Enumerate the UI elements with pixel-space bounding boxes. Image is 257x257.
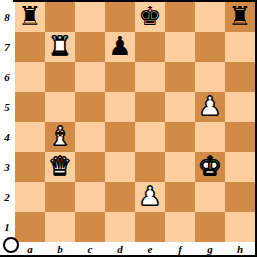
square-b5[interactable] <box>45 92 75 122</box>
square-c4[interactable] <box>75 122 105 152</box>
square-a5[interactable] <box>15 92 45 122</box>
square-c6[interactable] <box>75 62 105 92</box>
square-e7[interactable] <box>135 32 165 62</box>
square-h2[interactable] <box>225 182 255 212</box>
square-g8[interactable] <box>195 2 225 32</box>
rank-label-7: 7 <box>0 32 14 62</box>
square-d7[interactable]: ♟ <box>105 32 135 62</box>
board-border-right <box>255 0 257 257</box>
square-b7[interactable]: ♜ <box>45 32 75 62</box>
file-label-f: f <box>165 242 195 256</box>
chessboard: ♜♚♜♜♟♟♝♛♚♟ <box>15 2 255 242</box>
square-e4[interactable] <box>135 122 165 152</box>
square-f4[interactable] <box>165 122 195 152</box>
piece-black-king[interactable]: ♚ <box>138 3 161 29</box>
square-e2[interactable]: ♟ <box>135 182 165 212</box>
chess-diagram: ♜♚♜♜♟♟♝♛♚♟ 87654321 abcdefgh <box>0 0 257 257</box>
square-b8[interactable] <box>45 2 75 32</box>
square-c7[interactable] <box>75 32 105 62</box>
square-e6[interactable] <box>135 62 165 92</box>
rank-label-8: 8 <box>0 2 14 32</box>
piece-white-king[interactable]: ♚ <box>198 153 221 179</box>
square-g3[interactable]: ♚ <box>195 152 225 182</box>
square-f1[interactable] <box>165 212 195 242</box>
square-e8[interactable]: ♚ <box>135 2 165 32</box>
file-label-e: e <box>135 242 165 256</box>
square-h4[interactable] <box>225 122 255 152</box>
piece-white-pawn[interactable]: ♟ <box>138 183 161 209</box>
file-label-a: a <box>15 242 45 256</box>
square-h6[interactable] <box>225 62 255 92</box>
square-f6[interactable] <box>165 62 195 92</box>
square-b1[interactable] <box>45 212 75 242</box>
square-c1[interactable] <box>75 212 105 242</box>
square-a1[interactable] <box>15 212 45 242</box>
square-f3[interactable] <box>165 152 195 182</box>
square-g4[interactable] <box>195 122 225 152</box>
piece-white-pawn[interactable]: ♟ <box>198 93 221 119</box>
white-to-move-indicator <box>3 237 19 253</box>
piece-black-rook[interactable]: ♜ <box>228 3 251 29</box>
square-c2[interactable] <box>75 182 105 212</box>
file-label-c: c <box>75 242 105 256</box>
square-h7[interactable] <box>225 32 255 62</box>
square-e5[interactable] <box>135 92 165 122</box>
piece-black-rook[interactable]: ♜ <box>18 3 41 29</box>
square-h5[interactable] <box>225 92 255 122</box>
square-d1[interactable] <box>105 212 135 242</box>
square-d4[interactable] <box>105 122 135 152</box>
square-g2[interactable] <box>195 182 225 212</box>
piece-white-queen[interactable]: ♛ <box>48 153 71 179</box>
piece-white-rook[interactable]: ♜ <box>48 33 71 59</box>
square-f7[interactable] <box>165 32 195 62</box>
square-c3[interactable] <box>75 152 105 182</box>
square-a3[interactable] <box>15 152 45 182</box>
rank-label-4: 4 <box>0 122 14 152</box>
square-f2[interactable] <box>165 182 195 212</box>
piece-black-pawn[interactable]: ♟ <box>108 33 131 59</box>
square-g5[interactable]: ♟ <box>195 92 225 122</box>
rank-label-3: 3 <box>0 152 14 182</box>
file-label-h: h <box>225 242 255 256</box>
square-e1[interactable] <box>135 212 165 242</box>
square-d3[interactable] <box>105 152 135 182</box>
square-b3[interactable]: ♛ <box>45 152 75 182</box>
file-label-d: d <box>105 242 135 256</box>
square-h1[interactable] <box>225 212 255 242</box>
square-a4[interactable] <box>15 122 45 152</box>
square-e3[interactable] <box>135 152 165 182</box>
square-d2[interactable] <box>105 182 135 212</box>
rank-label-6: 6 <box>0 62 14 92</box>
rank-label-5: 5 <box>0 92 14 122</box>
square-c5[interactable] <box>75 92 105 122</box>
square-b2[interactable] <box>45 182 75 212</box>
square-a6[interactable] <box>15 62 45 92</box>
square-a7[interactable] <box>15 32 45 62</box>
square-f5[interactable] <box>165 92 195 122</box>
rank-label-2: 2 <box>0 182 14 212</box>
square-a8[interactable]: ♜ <box>15 2 45 32</box>
square-b4[interactable]: ♝ <box>45 122 75 152</box>
file-label-g: g <box>195 242 225 256</box>
square-g7[interactable] <box>195 32 225 62</box>
square-d5[interactable] <box>105 92 135 122</box>
file-label-b: b <box>45 242 75 256</box>
square-f8[interactable] <box>165 2 195 32</box>
piece-white-bishop[interactable]: ♝ <box>48 123 71 149</box>
square-g6[interactable] <box>195 62 225 92</box>
square-b6[interactable] <box>45 62 75 92</box>
square-g1[interactable] <box>195 212 225 242</box>
square-d6[interactable] <box>105 62 135 92</box>
square-a2[interactable] <box>15 182 45 212</box>
square-h3[interactable] <box>225 152 255 182</box>
square-c8[interactable] <box>75 2 105 32</box>
square-d8[interactable] <box>105 2 135 32</box>
square-h8[interactable]: ♜ <box>225 2 255 32</box>
